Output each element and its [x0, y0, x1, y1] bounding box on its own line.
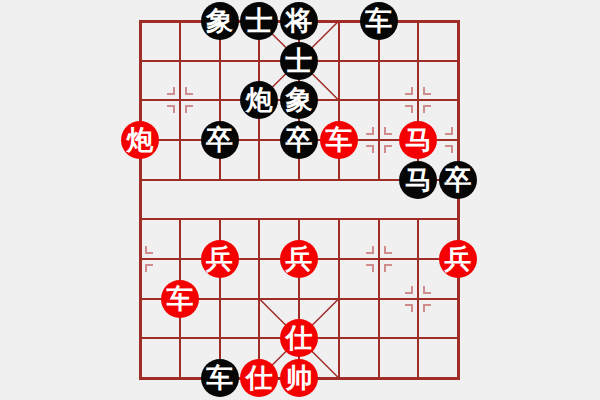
- piece-red-soldier[interactable]: 兵: [280, 240, 318, 278]
- board-file-line: [378, 219, 380, 378]
- point-marker: [366, 264, 374, 272]
- piece-black-soldier[interactable]: 卒: [439, 161, 477, 199]
- piece-red-chariot[interactable]: 车: [161, 280, 199, 318]
- point-marker: [423, 87, 431, 95]
- piece-black-chariot[interactable]: 车: [201, 359, 239, 397]
- point-marker: [423, 105, 431, 113]
- piece-black-general[interactable]: 将: [280, 2, 318, 40]
- board-file-line: [258, 219, 260, 378]
- piece-red-horse[interactable]: 马: [399, 121, 437, 159]
- point-marker: [185, 105, 193, 113]
- point-marker: [185, 87, 193, 95]
- piece-red-advisor[interactable]: 仕: [240, 359, 278, 397]
- piece-black-chariot[interactable]: 车: [360, 2, 398, 40]
- board-file-line: [179, 21, 181, 180]
- piece-black-horse[interactable]: 马: [399, 161, 437, 199]
- piece-red-general[interactable]: 帅: [280, 359, 318, 397]
- piece-black-soldier[interactable]: 卒: [280, 121, 318, 159]
- point-marker: [384, 127, 392, 135]
- piece-red-cannon[interactable]: 炮: [121, 121, 159, 159]
- point-marker: [405, 304, 413, 312]
- point-marker: [366, 145, 374, 153]
- point-marker: [145, 264, 153, 272]
- point-marker: [405, 286, 413, 294]
- point-marker: [366, 246, 374, 254]
- piece-black-cannon[interactable]: 炮: [240, 81, 278, 119]
- piece-black-soldier[interactable]: 卒: [201, 121, 239, 159]
- board-file-line: [378, 21, 380, 180]
- point-marker: [423, 304, 431, 312]
- point-marker: [366, 127, 374, 135]
- piece-red-soldier[interactable]: 兵: [439, 240, 477, 278]
- piece-red-chariot[interactable]: 车: [320, 121, 358, 159]
- point-marker: [445, 127, 453, 135]
- point-marker: [384, 145, 392, 153]
- point-marker: [423, 286, 431, 294]
- piece-black-elephant[interactable]: 象: [280, 81, 318, 119]
- point-marker: [405, 87, 413, 95]
- point-marker: [384, 246, 392, 254]
- piece-black-advisor[interactable]: 士: [280, 42, 318, 80]
- board-file-line: [417, 219, 419, 378]
- point-marker: [145, 246, 153, 254]
- point-marker: [405, 105, 413, 113]
- piece-black-elephant[interactable]: 象: [201, 2, 239, 40]
- point-marker: [167, 105, 175, 113]
- xiangqi-board-screen: 象士将车士炮象炮卒卒车马马卒兵兵兵车仕车仕帅: [0, 0, 600, 400]
- point-marker: [384, 264, 392, 272]
- point-marker: [445, 145, 453, 153]
- piece-red-soldier[interactable]: 兵: [201, 240, 239, 278]
- board-file-line: [338, 219, 340, 378]
- piece-black-advisor[interactable]: 士: [240, 2, 278, 40]
- piece-red-advisor[interactable]: 仕: [280, 319, 318, 357]
- point-marker: [167, 87, 175, 95]
